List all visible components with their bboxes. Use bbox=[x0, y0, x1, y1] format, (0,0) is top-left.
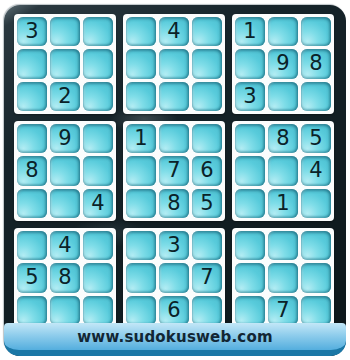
footer-band: www.sudokusweb.com bbox=[4, 323, 346, 356]
cell-r5c8[interactable] bbox=[268, 156, 298, 185]
cell-r9c1[interactable] bbox=[17, 296, 47, 325]
cell-r4c3[interactable] bbox=[83, 124, 113, 153]
cell-r1c9[interactable] bbox=[301, 17, 331, 46]
box-1-1: 32 bbox=[14, 14, 116, 114]
cell-r6c9[interactable] bbox=[301, 189, 331, 218]
cell-r4c8[interactable]: 8 bbox=[268, 124, 298, 153]
cell-r7c5[interactable]: 3 bbox=[159, 231, 189, 260]
cell-r1c3[interactable] bbox=[83, 17, 113, 46]
cell-r3c4[interactable] bbox=[126, 82, 156, 111]
box-2-2: 17685 bbox=[123, 121, 225, 221]
cell-r5c6[interactable]: 6 bbox=[192, 156, 222, 185]
cell-r2c8[interactable]: 9 bbox=[268, 49, 298, 78]
box-2-1: 984 bbox=[14, 121, 116, 221]
cell-r4c6[interactable] bbox=[192, 124, 222, 153]
cell-r4c4[interactable]: 1 bbox=[126, 124, 156, 153]
cell-r3c7[interactable]: 3 bbox=[235, 82, 265, 111]
cell-r1c8[interactable] bbox=[268, 17, 298, 46]
box-1-2: 4 bbox=[123, 14, 225, 114]
cell-r6c8[interactable]: 1 bbox=[268, 189, 298, 218]
cell-r2c7[interactable] bbox=[235, 49, 265, 78]
cell-r9c8[interactable]: 7 bbox=[268, 296, 298, 325]
cell-r9c9[interactable] bbox=[301, 296, 331, 325]
cell-r9c2[interactable] bbox=[50, 296, 80, 325]
cell-r8c6[interactable]: 7 bbox=[192, 263, 222, 292]
cell-r8c7[interactable] bbox=[235, 263, 265, 292]
cell-r7c3[interactable] bbox=[83, 231, 113, 260]
board-frame: 32419839841768585414583767 www.sudokuswe… bbox=[4, 5, 346, 356]
cell-r5c2[interactable] bbox=[50, 156, 80, 185]
cell-r1c1[interactable]: 3 bbox=[17, 17, 47, 46]
cell-r3c2[interactable]: 2 bbox=[50, 82, 80, 111]
cell-r8c2[interactable]: 8 bbox=[50, 263, 80, 292]
cell-r7c7[interactable] bbox=[235, 231, 265, 260]
cell-r6c4[interactable] bbox=[126, 189, 156, 218]
cell-r6c3[interactable]: 4 bbox=[83, 189, 113, 218]
cell-r5c9[interactable]: 4 bbox=[301, 156, 331, 185]
cell-r8c4[interactable] bbox=[126, 263, 156, 292]
cell-r4c1[interactable] bbox=[17, 124, 47, 153]
cell-r8c5[interactable] bbox=[159, 263, 189, 292]
cell-r7c1[interactable] bbox=[17, 231, 47, 260]
cell-r4c7[interactable] bbox=[235, 124, 265, 153]
cell-r3c9[interactable] bbox=[301, 82, 331, 111]
sudoku-board: 32419839841768585414583767 bbox=[14, 14, 334, 328]
cell-r6c7[interactable] bbox=[235, 189, 265, 218]
box-1-3: 1983 bbox=[232, 14, 334, 114]
cell-r8c9[interactable] bbox=[301, 263, 331, 292]
cell-r1c5[interactable]: 4 bbox=[159, 17, 189, 46]
cell-r7c2[interactable]: 4 bbox=[50, 231, 80, 260]
cell-r2c2[interactable] bbox=[50, 49, 80, 78]
cell-r2c1[interactable] bbox=[17, 49, 47, 78]
cell-r1c2[interactable] bbox=[50, 17, 80, 46]
cell-r3c6[interactable] bbox=[192, 82, 222, 111]
cell-r5c3[interactable] bbox=[83, 156, 113, 185]
cell-r8c8[interactable] bbox=[268, 263, 298, 292]
cell-r7c6[interactable] bbox=[192, 231, 222, 260]
box-3-1: 458 bbox=[14, 228, 116, 328]
cell-r3c3[interactable] bbox=[83, 82, 113, 111]
cell-r9c7[interactable] bbox=[235, 296, 265, 325]
cell-r3c1[interactable] bbox=[17, 82, 47, 111]
cell-r6c6[interactable]: 5 bbox=[192, 189, 222, 218]
box-2-3: 8541 bbox=[232, 121, 334, 221]
cell-r2c5[interactable] bbox=[159, 49, 189, 78]
cell-r9c3[interactable] bbox=[83, 296, 113, 325]
cell-r1c6[interactable] bbox=[192, 17, 222, 46]
cell-r8c1[interactable]: 5 bbox=[17, 263, 47, 292]
cell-r7c8[interactable] bbox=[268, 231, 298, 260]
cell-r2c9[interactable]: 8 bbox=[301, 49, 331, 78]
cell-r3c5[interactable] bbox=[159, 82, 189, 111]
cell-r5c5[interactable]: 7 bbox=[159, 156, 189, 185]
cell-r3c8[interactable] bbox=[268, 82, 298, 111]
cell-r2c3[interactable] bbox=[83, 49, 113, 78]
cell-r8c3[interactable] bbox=[83, 263, 113, 292]
cell-r9c5[interactable]: 6 bbox=[159, 296, 189, 325]
cell-r9c4[interactable] bbox=[126, 296, 156, 325]
box-3-2: 376 bbox=[123, 228, 225, 328]
cell-r7c4[interactable] bbox=[126, 231, 156, 260]
cell-r5c7[interactable] bbox=[235, 156, 265, 185]
site-url[interactable]: www.sudokusweb.com bbox=[77, 328, 272, 346]
cell-r6c5[interactable]: 8 bbox=[159, 189, 189, 218]
cell-r4c2[interactable]: 9 bbox=[50, 124, 80, 153]
cell-r7c9[interactable] bbox=[301, 231, 331, 260]
cell-r6c2[interactable] bbox=[50, 189, 80, 218]
cell-r9c6[interactable] bbox=[192, 296, 222, 325]
cell-r5c4[interactable] bbox=[126, 156, 156, 185]
cell-r1c4[interactable] bbox=[126, 17, 156, 46]
cell-r6c1[interactable] bbox=[17, 189, 47, 218]
cell-r4c9[interactable]: 5 bbox=[301, 124, 331, 153]
box-3-3: 7 bbox=[232, 228, 334, 328]
cell-r2c6[interactable] bbox=[192, 49, 222, 78]
cell-r1c7[interactable]: 1 bbox=[235, 17, 265, 46]
cell-r2c4[interactable] bbox=[126, 49, 156, 78]
cell-r5c1[interactable]: 8 bbox=[17, 156, 47, 185]
sudoku-page: 32419839841768585414583767 www.sudokuswe… bbox=[0, 0, 350, 360]
cell-r4c5[interactable] bbox=[159, 124, 189, 153]
